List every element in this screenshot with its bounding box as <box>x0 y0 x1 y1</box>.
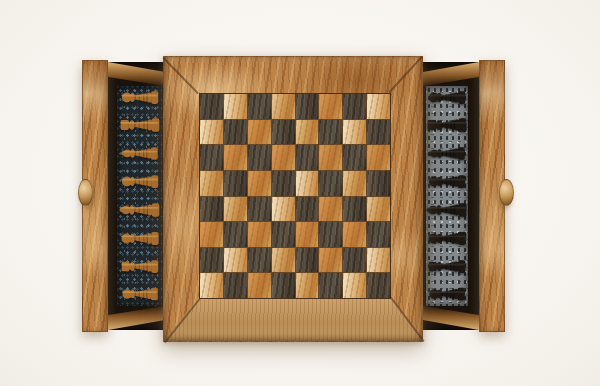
square-d8 <box>272 94 295 119</box>
square-a3 <box>200 222 223 247</box>
square-c5 <box>248 171 271 196</box>
square-a7 <box>200 120 223 145</box>
square-a8 <box>200 94 223 119</box>
right-drawer-tray <box>423 62 479 330</box>
square-h8 <box>367 94 390 119</box>
square-h1 <box>367 273 390 298</box>
square-a6 <box>200 145 223 170</box>
left-tray-piece-6 <box>120 229 160 248</box>
square-a5 <box>200 171 223 196</box>
square-b1 <box>224 273 247 298</box>
left-drawer <box>82 60 165 332</box>
square-g1 <box>343 273 366 298</box>
right-tray-piece-8 <box>428 285 466 303</box>
left-drawer-bottom-wall <box>108 306 165 330</box>
square-g7 <box>343 120 366 145</box>
left-drawer-tray <box>108 62 165 330</box>
square-f7 <box>319 120 342 145</box>
square-d1 <box>272 273 295 298</box>
square-h7 <box>367 120 390 145</box>
square-c8 <box>248 94 271 119</box>
right-foam-insert <box>426 86 468 306</box>
left-drawer-knob <box>78 179 93 206</box>
square-f3 <box>319 222 342 247</box>
square-b6 <box>224 145 247 170</box>
square-d2 <box>272 248 295 273</box>
square-g3 <box>343 222 366 247</box>
square-e7 <box>296 120 319 145</box>
square-b2 <box>224 248 247 273</box>
square-e3 <box>296 222 319 247</box>
square-d6 <box>272 145 295 170</box>
square-f8 <box>319 94 342 119</box>
square-f6 <box>319 145 342 170</box>
miter-seam-top-right <box>388 56 423 93</box>
square-d4 <box>272 197 295 222</box>
square-g6 <box>343 145 366 170</box>
left-tray-piece-5 <box>119 201 161 219</box>
square-e5 <box>296 171 319 196</box>
right-drawer-knob <box>499 179 514 206</box>
square-a4 <box>200 197 223 222</box>
square-a2 <box>200 248 223 273</box>
square-e2 <box>296 248 319 273</box>
square-h6 <box>367 145 390 170</box>
right-tray-piece-1 <box>427 89 467 106</box>
square-c6 <box>248 145 271 170</box>
square-g4 <box>343 197 366 222</box>
square-h2 <box>367 248 390 273</box>
square-b3 <box>224 222 247 247</box>
square-e8 <box>296 94 319 119</box>
square-b7 <box>224 120 247 145</box>
square-e1 <box>296 273 319 298</box>
left-tray-piece-4 <box>117 173 163 190</box>
square-h3 <box>367 222 390 247</box>
square-c7 <box>248 120 271 145</box>
square-c4 <box>248 197 271 222</box>
square-b4 <box>224 197 247 222</box>
board-grid <box>199 93 391 299</box>
board-frame-bottom <box>164 297 424 341</box>
right-drawer-top-wall <box>423 62 479 86</box>
square-d7 <box>272 120 295 145</box>
chess-set-scene <box>0 0 600 386</box>
square-f4 <box>319 197 342 222</box>
right-tray-piece-4 <box>424 173 470 190</box>
right-drawer-bottom-wall <box>423 306 479 330</box>
square-b5 <box>224 171 247 196</box>
miter-seam-top-left <box>163 57 199 94</box>
square-d5 <box>272 171 295 196</box>
left-tray-piece-1 <box>120 89 160 106</box>
chess-board <box>163 56 423 342</box>
right-tray-piece-7 <box>425 258 469 275</box>
square-f5 <box>319 171 342 196</box>
right-tray-piece-6 <box>427 229 467 248</box>
square-c3 <box>248 222 271 247</box>
square-g5 <box>343 171 366 196</box>
square-c1 <box>248 273 271 298</box>
right-tray-piece-2 <box>425 116 469 134</box>
right-tray-piece-5 <box>426 201 468 219</box>
square-e4 <box>296 197 319 222</box>
square-h4 <box>367 197 390 222</box>
left-foam-insert <box>117 86 162 306</box>
square-e6 <box>296 145 319 170</box>
left-tray-piece-3 <box>121 144 159 163</box>
square-g2 <box>343 248 366 273</box>
square-f1 <box>319 273 342 298</box>
left-tray-piece-7 <box>118 258 162 275</box>
right-drawer <box>423 60 510 332</box>
square-f2 <box>319 248 342 273</box>
square-h5 <box>367 171 390 196</box>
left-tray-piece-8 <box>121 285 159 303</box>
square-b8 <box>224 94 247 119</box>
square-c2 <box>248 248 271 273</box>
square-d3 <box>272 222 295 247</box>
right-tray-piece-3 <box>428 144 466 163</box>
left-tray-piece-2 <box>118 116 162 134</box>
left-drawer-top-wall <box>108 62 165 86</box>
square-a1 <box>200 273 223 298</box>
square-g8 <box>343 94 366 119</box>
